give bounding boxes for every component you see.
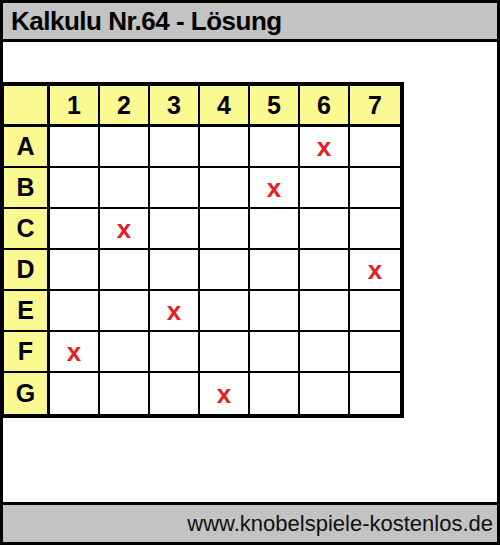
cell-E1 (50, 291, 100, 332)
cell-D3 (150, 250, 200, 291)
cell-F4 (200, 332, 250, 373)
cell-B4 (200, 168, 250, 209)
row-header-C: C (4, 209, 50, 250)
footer-bar: www.knobelspiele-kostenlos.de (3, 502, 497, 542)
row-header-B: B (4, 168, 50, 209)
cell-E2 (100, 291, 150, 332)
cell-G3 (150, 373, 200, 414)
cell-B5: x (250, 168, 300, 209)
cell-C3 (150, 209, 200, 250)
x-mark: x (167, 298, 181, 324)
cell-A2 (100, 127, 150, 168)
cell-E4 (200, 291, 250, 332)
cell-C4 (200, 209, 250, 250)
cell-F6 (300, 332, 350, 373)
cell-C1 (50, 209, 100, 250)
cell-G4: x (200, 373, 250, 414)
cell-D6 (300, 250, 350, 291)
cell-D4 (200, 250, 250, 291)
x-mark: x (368, 257, 382, 283)
cell-A7 (350, 127, 400, 168)
col-header-5: 5 (250, 86, 300, 127)
cell-B3 (150, 168, 200, 209)
cell-D1 (50, 250, 100, 291)
col-header-2: 2 (100, 86, 150, 127)
cell-A3 (150, 127, 200, 168)
cell-A1 (50, 127, 100, 168)
row-header-A: A (4, 127, 50, 168)
cell-E6 (300, 291, 350, 332)
x-mark: x (317, 134, 331, 160)
cell-B2 (100, 168, 150, 209)
cell-F3 (150, 332, 200, 373)
cell-B7 (350, 168, 400, 209)
cell-A4 (200, 127, 250, 168)
row-header-E: E (4, 291, 50, 332)
cell-F1: x (50, 332, 100, 373)
cell-B6 (300, 168, 350, 209)
x-mark: x (117, 216, 131, 242)
cell-G7 (350, 373, 400, 414)
title-bar: Kalkulu Nr.64 - Lösung (3, 3, 497, 42)
cell-D5 (250, 250, 300, 291)
col-header-6: 6 (300, 86, 350, 127)
cell-A5 (250, 127, 300, 168)
cell-B1 (50, 168, 100, 209)
col-header-4: 4 (200, 86, 250, 127)
cell-E5 (250, 291, 300, 332)
cell-F2 (100, 332, 150, 373)
cell-A6: x (300, 127, 350, 168)
row-header-D: D (4, 250, 50, 291)
cell-D2 (100, 250, 150, 291)
x-mark: x (217, 381, 231, 407)
x-mark: x (67, 339, 81, 365)
page-title: Kalkulu Nr.64 - Lösung (11, 6, 282, 37)
cell-G2 (100, 373, 150, 414)
row-header-F: F (4, 332, 50, 373)
puzzle-page: Kalkulu Nr.64 - Lösung 1234567AxBxCxDxEx… (0, 0, 500, 545)
col-header-1: 1 (50, 86, 100, 127)
cell-G5 (250, 373, 300, 414)
row-header-G: G (4, 373, 50, 414)
cell-G6 (300, 373, 350, 414)
cell-C5 (250, 209, 300, 250)
cell-F5 (250, 332, 300, 373)
cell-E7 (350, 291, 400, 332)
col-header-3: 3 (150, 86, 200, 127)
kalkulu-board: 1234567AxBxCxDxExFxGx (0, 82, 404, 418)
cell-E3: x (150, 291, 200, 332)
cell-G1 (50, 373, 100, 414)
x-mark: x (267, 175, 281, 201)
website-url: www.knobelspiele-kostenlos.de (187, 511, 493, 537)
cell-C2: x (100, 209, 150, 250)
cell-D7: x (350, 250, 400, 291)
cell-F7 (350, 332, 400, 373)
cell-C7 (350, 209, 400, 250)
cell-C6 (300, 209, 350, 250)
col-header-7: 7 (350, 86, 400, 127)
corner-cell (4, 86, 50, 127)
